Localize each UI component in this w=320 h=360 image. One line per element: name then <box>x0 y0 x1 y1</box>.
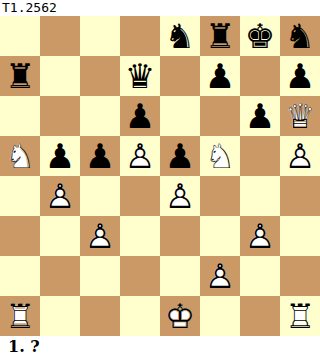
square-g4[interactable] <box>240 176 280 216</box>
square-g5[interactable] <box>240 136 280 176</box>
square-a1[interactable]: ♜♖ <box>0 296 40 336</box>
square-g3[interactable]: ♟♙ <box>240 216 280 256</box>
square-c1[interactable] <box>80 296 120 336</box>
square-h7[interactable]: ♟ <box>280 56 320 96</box>
chess-puzzle-window: T1.2562 ♞♜♚♞♜♛♟♟♟♟♛♕♞♘♟♟♟♙♟♞♘♟♙♟♙♟♙♟♙♟♙♟… <box>0 0 320 360</box>
piece-black-pawn[interactable]: ♟ <box>40 136 80 176</box>
square-e8[interactable]: ♞ <box>160 16 200 56</box>
square-e2[interactable] <box>160 256 200 296</box>
piece-white-pawn[interactable]: ♟♙ <box>120 136 160 176</box>
piece-white-pawn[interactable]: ♟♙ <box>240 216 280 256</box>
square-a8[interactable] <box>0 16 40 56</box>
square-f3[interactable] <box>200 216 240 256</box>
piece-black-knight[interactable]: ♞ <box>280 16 320 56</box>
square-a7[interactable]: ♜ <box>0 56 40 96</box>
square-e7[interactable] <box>160 56 200 96</box>
piece-white-king[interactable]: ♚♔ <box>160 296 200 336</box>
piece-white-knight[interactable]: ♞♘ <box>200 136 240 176</box>
piece-white-rook[interactable]: ♜♖ <box>280 296 320 336</box>
piece-black-knight[interactable]: ♞ <box>160 16 200 56</box>
move-prompt: 1. ? <box>0 336 320 360</box>
piece-black-rook[interactable]: ♜ <box>200 16 240 56</box>
chess-board: ♞♜♚♞♜♛♟♟♟♟♛♕♞♘♟♟♟♙♟♞♘♟♙♟♙♟♙♟♙♟♙♟♙♜♖♚♔♜♖ <box>0 16 320 336</box>
square-c7[interactable] <box>80 56 120 96</box>
square-h4[interactable] <box>280 176 320 216</box>
square-a6[interactable] <box>0 96 40 136</box>
piece-white-pawn[interactable]: ♟♙ <box>160 176 200 216</box>
square-c5[interactable]: ♟ <box>80 136 120 176</box>
square-b1[interactable] <box>40 296 80 336</box>
square-d8[interactable] <box>120 16 160 56</box>
square-h1[interactable]: ♜♖ <box>280 296 320 336</box>
square-c2[interactable] <box>80 256 120 296</box>
square-a5[interactable]: ♞♘ <box>0 136 40 176</box>
square-a4[interactable] <box>0 176 40 216</box>
square-b8[interactable] <box>40 16 80 56</box>
square-h2[interactable] <box>280 256 320 296</box>
square-f8[interactable]: ♜ <box>200 16 240 56</box>
square-b4[interactable]: ♟♙ <box>40 176 80 216</box>
square-e4[interactable]: ♟♙ <box>160 176 200 216</box>
piece-white-knight[interactable]: ♞♘ <box>0 136 40 176</box>
square-g2[interactable] <box>240 256 280 296</box>
square-h3[interactable] <box>280 216 320 256</box>
piece-white-queen[interactable]: ♛♕ <box>280 96 320 136</box>
square-d3[interactable] <box>120 216 160 256</box>
piece-black-queen[interactable]: ♛ <box>120 56 160 96</box>
square-g8[interactable]: ♚ <box>240 16 280 56</box>
square-e3[interactable] <box>160 216 200 256</box>
piece-black-king[interactable]: ♚ <box>240 16 280 56</box>
square-a2[interactable] <box>0 256 40 296</box>
piece-white-pawn[interactable]: ♟♙ <box>200 256 240 296</box>
piece-white-pawn[interactable]: ♟♙ <box>280 136 320 176</box>
piece-black-rook[interactable]: ♜ <box>0 56 40 96</box>
square-d1[interactable] <box>120 296 160 336</box>
square-g6[interactable]: ♟ <box>240 96 280 136</box>
square-a3[interactable] <box>0 216 40 256</box>
square-f1[interactable] <box>200 296 240 336</box>
square-b7[interactable] <box>40 56 80 96</box>
puzzle-title: T1.2562 <box>0 0 320 16</box>
piece-white-pawn[interactable]: ♟♙ <box>80 216 120 256</box>
piece-black-pawn[interactable]: ♟ <box>160 136 200 176</box>
piece-black-pawn[interactable]: ♟ <box>120 96 160 136</box>
piece-white-rook[interactable]: ♜♖ <box>0 296 40 336</box>
square-d4[interactable] <box>120 176 160 216</box>
square-f5[interactable]: ♞♘ <box>200 136 240 176</box>
square-f2[interactable]: ♟♙ <box>200 256 240 296</box>
piece-black-pawn[interactable]: ♟ <box>80 136 120 176</box>
square-f6[interactable] <box>200 96 240 136</box>
square-d7[interactable]: ♛ <box>120 56 160 96</box>
square-d6[interactable]: ♟ <box>120 96 160 136</box>
square-h8[interactable]: ♞ <box>280 16 320 56</box>
square-h5[interactable]: ♟♙ <box>280 136 320 176</box>
square-b6[interactable] <box>40 96 80 136</box>
piece-black-pawn[interactable]: ♟ <box>240 96 280 136</box>
square-b2[interactable] <box>40 256 80 296</box>
square-c4[interactable] <box>80 176 120 216</box>
square-d5[interactable]: ♟♙ <box>120 136 160 176</box>
piece-black-pawn[interactable]: ♟ <box>280 56 320 96</box>
piece-black-pawn[interactable]: ♟ <box>200 56 240 96</box>
square-b5[interactable]: ♟ <box>40 136 80 176</box>
square-b3[interactable] <box>40 216 80 256</box>
square-g7[interactable] <box>240 56 280 96</box>
square-c8[interactable] <box>80 16 120 56</box>
square-f7[interactable]: ♟ <box>200 56 240 96</box>
square-f4[interactable] <box>200 176 240 216</box>
square-e5[interactable]: ♟ <box>160 136 200 176</box>
piece-white-pawn[interactable]: ♟♙ <box>40 176 80 216</box>
square-c3[interactable]: ♟♙ <box>80 216 120 256</box>
square-h6[interactable]: ♛♕ <box>280 96 320 136</box>
square-e1[interactable]: ♚♔ <box>160 296 200 336</box>
square-d2[interactable] <box>120 256 160 296</box>
square-c6[interactable] <box>80 96 120 136</box>
square-g1[interactable] <box>240 296 280 336</box>
square-e6[interactable] <box>160 96 200 136</box>
